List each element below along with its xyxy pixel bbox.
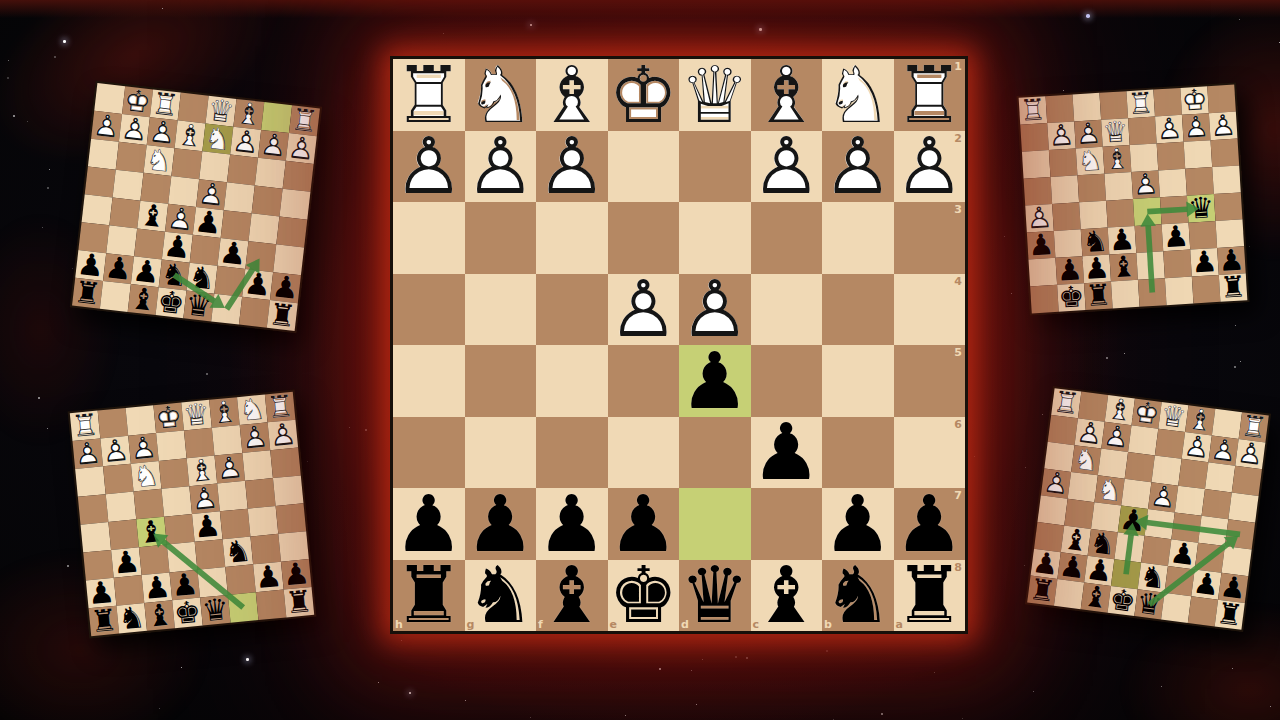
square-b7: ♟ [1191, 569, 1221, 599]
square-a3 [270, 448, 301, 479]
square-b5 [248, 213, 279, 244]
square-c8 [211, 294, 242, 325]
square-c5[interactable] [751, 345, 823, 417]
square-g6: ♟ [111, 547, 142, 578]
square-g7: ♟ [103, 253, 134, 284]
square-e5[interactable] [608, 345, 680, 417]
black-knight[interactable]: ♞ [465, 560, 537, 632]
square-d1: ♛♕ [1158, 402, 1188, 432]
square-g8: ♚ [1057, 283, 1086, 312]
square-g8 [1054, 579, 1084, 609]
square-d6[interactable] [679, 417, 751, 489]
black-king: ♚ [1057, 283, 1086, 312]
square-h3 [88, 139, 119, 170]
square-a5 [276, 217, 307, 248]
square-b8[interactable]: ♞b [822, 560, 894, 632]
black-king: ♚ [156, 287, 187, 318]
white-queen[interactable]: ♛♕ [679, 59, 751, 131]
square-f1[interactable]: ♝♗ [536, 59, 608, 131]
square-d8: ♛ [1134, 589, 1164, 619]
white-king: ♚♔ [153, 403, 184, 434]
rank-label-7: 7 [954, 489, 962, 502]
square-d7[interactable] [679, 488, 751, 560]
square-a3 [1232, 466, 1262, 496]
square-h5 [1037, 495, 1067, 525]
file-label-b: b [824, 618, 832, 631]
square-h1: ♜♖ [1051, 388, 1081, 418]
file-label-g: g [467, 618, 475, 631]
square-h3 [1022, 150, 1051, 179]
square-g7: ♟ [1057, 552, 1087, 582]
square-a8: ♜ [1219, 273, 1248, 302]
white-pawn: ♟♙ [1041, 468, 1071, 498]
black-pawn: ♟ [1057, 552, 1087, 582]
white-pawn: ♟♙ [100, 436, 131, 467]
square-a4 [1212, 165, 1241, 194]
white-bishop[interactable]: ♝♗ [751, 59, 823, 131]
white-knight: ♞♘ [202, 124, 233, 155]
white-pawn[interactable]: ♟♙ [822, 131, 894, 203]
square-h2 [1048, 415, 1078, 445]
square-b3 [242, 450, 273, 481]
white-pawn[interactable]: ♟♙ [393, 131, 465, 203]
square-a2: ♟♙ [268, 420, 299, 451]
square-c3 [227, 155, 258, 186]
square-h5[interactable] [393, 345, 465, 417]
square-b3 [255, 158, 286, 189]
square-f8: ♝ [144, 600, 175, 631]
square-e2 [156, 430, 187, 461]
square-e4 [1104, 172, 1133, 201]
square-e4[interactable]: ♟♙ [608, 274, 680, 346]
white-pawn[interactable]: ♟♙ [608, 274, 680, 346]
square-c3: ♟♙ [215, 453, 246, 484]
square-g4 [1051, 175, 1080, 204]
square-h1: ♜♖ [1019, 96, 1048, 125]
square-h7[interactable]: ♟ [393, 488, 465, 560]
square-c2[interactable]: ♟♙ [751, 131, 823, 203]
square-d1: ♜♖ [1126, 90, 1155, 119]
file-label-h: h [395, 618, 403, 631]
white-pawn: ♟♙ [119, 114, 150, 145]
square-g3: ♞♘ [1071, 445, 1101, 475]
rank-label-3: 3 [954, 203, 962, 216]
square-f2[interactable]: ♟♙ [536, 131, 608, 203]
white-pawn[interactable]: ♟♙ [536, 131, 608, 203]
white-pawn: ♟♙ [1208, 436, 1238, 466]
square-f4: ♞♘ [1094, 475, 1124, 505]
black-pawn[interactable]: ♟ [608, 488, 680, 560]
white-rook: ♜♖ [1126, 90, 1155, 119]
square-a7[interactable]: ♟7 [894, 488, 966, 560]
square-b7: ♟ [253, 562, 284, 593]
square-a4 [279, 189, 310, 220]
black-bishop[interactable]: ♝ [536, 560, 608, 632]
square-c6: ♞ [223, 537, 254, 568]
square-d2[interactable] [679, 131, 751, 203]
black-knight: ♞ [116, 603, 147, 634]
square-d4: ♟♙ [1148, 482, 1178, 512]
black-pawn: ♟ [1168, 539, 1198, 569]
square-a2[interactable]: ♟♙2 [894, 131, 966, 203]
square-g2[interactable]: ♟♙ [465, 131, 537, 203]
square-d8 [1138, 278, 1167, 307]
square-b7: ♟ [242, 269, 273, 300]
black-pawn: ♟ [253, 562, 284, 593]
rank-label-6: 6 [954, 418, 962, 431]
file-label-d: d [681, 618, 689, 631]
square-c6: ♟ [1162, 223, 1191, 252]
square-d4[interactable]: ♟♙ [679, 274, 751, 346]
square-a4 [1228, 493, 1258, 523]
square-b4 [245, 478, 276, 509]
square-c7 [1163, 250, 1192, 279]
square-a2: ♟♙ [1235, 439, 1265, 469]
main-chessboard[interactable]: ♜♖♞♘♝♗♚♔♛♕♝♗♞♘♜♖1♟♙♟♙♟♙♟♙♟♙♟♙23♟♙♟♙4♟5♟6… [390, 56, 968, 634]
black-pawn[interactable]: ♟ [822, 488, 894, 560]
square-d5 [1145, 509, 1175, 539]
square-d2 [1128, 117, 1157, 146]
square-b5[interactable] [822, 345, 894, 417]
square-h1[interactable]: ♜♖ [393, 59, 465, 131]
square-e6 [1114, 532, 1144, 562]
square-d2 [1155, 429, 1185, 459]
file-label-e: e [610, 618, 617, 631]
square-a3 [1211, 139, 1240, 168]
square-a2: ♟♙ [286, 133, 317, 164]
square-b2[interactable]: ♟♙ [822, 131, 894, 203]
square-f3: ♞♘ [144, 145, 175, 176]
white-bishop: ♝♗ [209, 397, 240, 428]
square-c1[interactable]: ♝♗ [751, 59, 823, 131]
mini-chessboard-top-left: ♚♔♜♖♛♕♝♗♜♖♟♙♟♙♟♙♝♗♞♘♟♙♟♙♟♙♞♘♟♙♝♟♙♟♟♟♟♟♟♞… [70, 81, 322, 333]
square-b5: ♛ [1187, 194, 1216, 223]
square-f2: ♟♙ [1101, 422, 1131, 452]
square-b4 [1202, 489, 1232, 519]
square-h3 [75, 466, 106, 497]
square-e2: ♝♗ [175, 120, 206, 151]
square-a4[interactable]: 4 [894, 274, 966, 346]
square-b5 [248, 506, 279, 537]
square-e8: ♚ [172, 598, 203, 629]
black-rook: ♜ [1219, 273, 1248, 302]
square-f5: ♝ [137, 201, 168, 232]
black-knight: ♞ [223, 537, 254, 568]
black-knight[interactable]: ♞ [822, 560, 894, 632]
square-e2[interactable] [608, 131, 680, 203]
square-g7[interactable]: ♟ [465, 488, 537, 560]
square-f4[interactable] [536, 274, 608, 346]
square-f7[interactable]: ♟ [536, 488, 608, 560]
square-g8: ♞ [116, 603, 147, 634]
square-h4[interactable] [393, 274, 465, 346]
square-h8: ♜ [1027, 576, 1057, 606]
square-a6[interactable]: 6 [894, 417, 966, 489]
square-a8: ♜ [267, 300, 298, 331]
mini-chessboard-bottom-left: ♜♖♚♔♛♕♝♗♞♘♜♖♟♙♟♙♟♙♟♙♟♙♞♘♝♗♟♙♟♙♝♟♟♞♟♟♟♟♟♜… [68, 390, 317, 639]
square-g4 [113, 170, 144, 201]
square-e8[interactable]: ♚e [608, 560, 680, 632]
black-pawn[interactable]: ♟ [679, 345, 751, 417]
square-h2: ♟♙ [72, 438, 103, 469]
square-c8 [1165, 277, 1194, 306]
black-rook: ♜ [267, 300, 298, 331]
square-h6: ♟ [1027, 231, 1056, 260]
square-f8: ♝ [1081, 582, 1111, 612]
square-f6[interactable] [536, 417, 608, 489]
square-g1[interactable]: ♞♘ [465, 59, 537, 131]
square-g2: ♟♙ [1047, 121, 1076, 150]
square-a8[interactable]: ♜8a [894, 560, 966, 632]
square-d1[interactable]: ♛♕ [679, 59, 751, 131]
square-h6[interactable] [393, 417, 465, 489]
chess-multi-board-scene: ♚♔♜♖♛♕♝♗♜♖♟♙♟♙♟♙♝♗♞♘♟♙♟♙♟♙♞♘♟♙♝♟♙♟♟♟♟♟♟♞… [0, 0, 1280, 720]
black-pawn: ♟ [217, 238, 248, 269]
square-c3[interactable] [751, 202, 823, 274]
square-h2: ♟♙ [91, 111, 122, 142]
white-king: ♚♔ [1132, 398, 1162, 428]
square-b8 [1192, 275, 1221, 304]
square-g5 [109, 197, 140, 228]
square-a5 [276, 503, 307, 534]
square-a5 [1225, 519, 1255, 549]
square-a8: ♜ [284, 587, 315, 618]
square-f3[interactable] [536, 202, 608, 274]
square-c2: ♟♙ [1155, 115, 1184, 144]
square-f3: ♞♘ [131, 461, 162, 492]
square-h8: ♜ [72, 278, 103, 309]
square-f8: ♝ [128, 284, 159, 315]
square-b2: ♟♙ [240, 422, 271, 453]
square-g8[interactable]: ♞g [465, 560, 537, 632]
square-g5 [1052, 202, 1081, 231]
black-rook: ♜ [89, 606, 120, 637]
rank-label-2: 2 [954, 132, 962, 145]
square-e8: ♚ [1107, 586, 1137, 616]
square-b8 [239, 297, 270, 328]
square-a5[interactable]: 5 [894, 345, 966, 417]
square-a2: ♟♙ [1209, 112, 1238, 141]
square-d8: ♛ [200, 595, 231, 626]
white-queen: ♛♕ [181, 400, 212, 431]
black-bishop: ♝ [1081, 582, 1111, 612]
square-f8[interactable]: ♝f [536, 560, 608, 632]
white-knight[interactable]: ♞♘ [822, 59, 894, 131]
square-d1: ♛♕ [181, 400, 212, 431]
square-g4 [1068, 472, 1098, 502]
white-bishop[interactable]: ♝♗ [536, 59, 608, 131]
square-d5: ♟ [192, 511, 223, 542]
white-pawn: ♟♙ [230, 127, 261, 158]
square-b5 [1198, 516, 1228, 546]
square-f4 [1077, 174, 1106, 203]
mini-chessboard-top-right: ♜♖♜♖♚♔♟♙♟♙♛♕♟♙♟♙♟♙♞♘♝♗♟♙♟♙♛♟♞♟♟♟♟♝♟♟♚♜♜ [1016, 82, 1249, 315]
black-pawn: ♟ [242, 269, 273, 300]
white-knight: ♞♘ [144, 145, 175, 176]
square-b3[interactable] [822, 202, 894, 274]
black-bishop: ♝ [144, 600, 175, 631]
square-b7[interactable]: ♟ [822, 488, 894, 560]
white-knight: ♞♘ [1076, 147, 1105, 176]
black-pawn[interactable]: ♟ [393, 488, 465, 560]
square-g3[interactable] [465, 202, 537, 274]
square-a3[interactable]: 3 [894, 202, 966, 274]
square-c7 [225, 564, 256, 595]
white-king[interactable]: ♚♔ [608, 59, 680, 131]
square-d5[interactable]: ♟ [679, 345, 751, 417]
square-f3: ♞♘ [1076, 147, 1105, 176]
square-g6[interactable] [465, 417, 537, 489]
square-e3[interactable] [608, 202, 680, 274]
square-g5[interactable] [465, 345, 537, 417]
square-h2[interactable]: ♟♙ [393, 131, 465, 203]
square-e1: ♚♔ [153, 403, 184, 434]
square-d4: ♟♙ [1131, 170, 1160, 199]
square-d7 [1136, 251, 1165, 280]
white-bishop: ♝♗ [1103, 145, 1132, 174]
black-king: ♚ [1107, 586, 1137, 616]
square-h4: ♟♙ [1041, 468, 1071, 498]
rank-label-5: 5 [954, 346, 962, 359]
square-b8 [256, 590, 287, 621]
black-pawn: ♟ [193, 207, 224, 238]
white-pawn: ♟♙ [286, 133, 317, 164]
square-b4[interactable] [822, 274, 894, 346]
square-c2: ♟♙ [1182, 432, 1212, 462]
square-g3 [1049, 148, 1078, 177]
square-e4 [161, 486, 192, 517]
square-f5[interactable] [536, 345, 608, 417]
square-c8 [228, 592, 259, 623]
square-g2: ♟♙ [119, 114, 150, 145]
square-e3 [171, 148, 202, 179]
square-b6[interactable] [822, 417, 894, 489]
square-g3 [103, 464, 134, 495]
square-e8 [1111, 280, 1140, 309]
square-a1[interactable]: ♜♖1 [894, 59, 966, 131]
square-f5: ♝ [136, 517, 167, 548]
white-knight: ♞♘ [1071, 445, 1101, 475]
square-g2: ♟♙ [100, 436, 131, 467]
square-c7[interactable] [751, 488, 823, 560]
black-bishop[interactable]: ♝ [751, 560, 823, 632]
square-d3[interactable] [679, 202, 751, 274]
black-pawn: ♟ [1191, 569, 1221, 599]
square-e3: ♝♗ [1103, 145, 1132, 174]
black-pawn[interactable]: ♟ [465, 488, 537, 560]
white-pawn: ♟♙ [258, 130, 289, 161]
white-pawn: ♟♙ [1131, 170, 1160, 199]
square-e7: ♝ [1109, 253, 1138, 282]
square-h5 [81, 522, 112, 553]
black-rook[interactable]: ♜ [393, 560, 465, 632]
black-queen: ♛ [1134, 589, 1164, 619]
square-h7 [1028, 258, 1057, 287]
square-c7 [1164, 566, 1194, 596]
black-queen: ♛ [1187, 194, 1216, 223]
square-c4 [1158, 169, 1187, 198]
square-b7: ♟ [1190, 248, 1219, 277]
black-pawn: ♟ [103, 253, 134, 284]
black-pawn: ♟ [192, 511, 223, 542]
rank-label-4: 4 [954, 275, 962, 288]
square-b1[interactable]: ♞♘ [822, 59, 894, 131]
black-queen: ♛ [200, 595, 231, 626]
square-c4[interactable] [751, 274, 823, 346]
white-knight: ♞♘ [1094, 475, 1124, 505]
square-h8: ♜ [89, 606, 120, 637]
square-b3 [1205, 462, 1235, 492]
black-king: ♚ [172, 598, 203, 629]
square-e7[interactable]: ♟ [608, 488, 680, 560]
square-d8[interactable]: ♛d [679, 560, 751, 632]
black-pawn: ♟ [1027, 231, 1056, 260]
white-pawn: ♟♙ [1148, 482, 1178, 512]
square-c4 [224, 182, 255, 213]
white-rook: ♜♖ [1051, 388, 1081, 418]
square-h8[interactable]: ♜h [393, 560, 465, 632]
black-rook: ♜ [72, 278, 103, 309]
white-pawn: ♟♙ [91, 111, 122, 142]
square-c7 [214, 266, 245, 297]
black-king[interactable]: ♚ [608, 560, 680, 632]
rank-label-1: 1 [954, 60, 962, 73]
square-c6[interactable]: ♟ [751, 417, 823, 489]
square-c8 [1161, 593, 1191, 623]
square-h4 [78, 494, 109, 525]
black-queen[interactable]: ♛ [679, 560, 751, 632]
square-c3 [1178, 459, 1208, 489]
square-e6[interactable] [608, 417, 680, 489]
white-pawn[interactable]: ♟♙ [679, 274, 751, 346]
rank-label-8: 8 [954, 561, 962, 574]
black-pawn[interactable]: ♟ [751, 417, 823, 489]
square-c8[interactable]: ♝c [751, 560, 823, 632]
black-rook: ♜ [1084, 281, 1113, 310]
white-pawn[interactable]: ♟♙ [751, 131, 823, 203]
square-d6 [1135, 224, 1164, 253]
white-pawn: ♟♙ [215, 453, 246, 484]
black-bishop: ♝ [136, 517, 167, 548]
square-d5 [1133, 197, 1162, 226]
square-c2: ♟♙ [230, 127, 261, 158]
white-pawn: ♟♙ [1235, 439, 1265, 469]
black-rook: ♜ [1027, 576, 1057, 606]
black-bishop: ♝ [1109, 253, 1138, 282]
black-bishop: ♝ [137, 201, 168, 232]
square-a8: ♜ [1215, 600, 1245, 630]
square-e1[interactable]: ♚♔ [608, 59, 680, 131]
square-h8 [1030, 285, 1059, 314]
square-h4 [85, 167, 116, 198]
white-rook[interactable]: ♜♖ [393, 59, 465, 131]
square-h3[interactable] [393, 202, 465, 274]
square-d2: ♞♘ [202, 124, 233, 155]
square-g4[interactable] [465, 274, 537, 346]
square-b4 [252, 186, 283, 217]
square-c3 [1157, 142, 1186, 171]
white-pawn: ♟♙ [72, 438, 103, 469]
square-d6 [195, 539, 226, 570]
white-pawn: ♟♙ [1101, 422, 1131, 452]
white-pawn[interactable]: ♟♙ [465, 131, 537, 203]
white-knight[interactable]: ♞♘ [465, 59, 537, 131]
square-e1: ♚♔ [1132, 398, 1162, 428]
square-c1: ♝♗ [209, 397, 240, 428]
square-h5 [82, 194, 113, 225]
black-pawn[interactable]: ♟ [536, 488, 608, 560]
file-label-c: c [753, 618, 760, 631]
